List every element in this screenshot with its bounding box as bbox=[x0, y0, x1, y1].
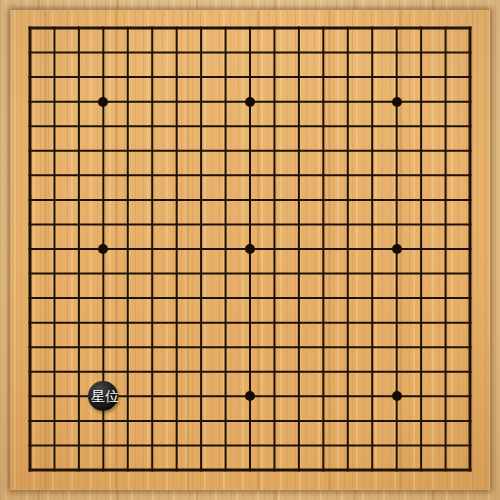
intersection[interactable] bbox=[458, 237, 482, 262]
intersection[interactable] bbox=[287, 163, 311, 188]
intersection[interactable] bbox=[311, 409, 335, 434]
intersection[interactable] bbox=[213, 212, 237, 237]
intersection[interactable] bbox=[140, 433, 164, 458]
intersection[interactable] bbox=[213, 138, 237, 163]
intersection[interactable] bbox=[262, 89, 286, 114]
intersection[interactable] bbox=[164, 359, 188, 384]
intersection[interactable] bbox=[262, 359, 286, 384]
intersection[interactable] bbox=[42, 261, 66, 286]
intersection[interactable] bbox=[67, 261, 91, 286]
intersection[interactable] bbox=[213, 188, 237, 213]
intersection[interactable] bbox=[164, 65, 188, 90]
intersection[interactable] bbox=[116, 237, 140, 262]
intersection[interactable] bbox=[67, 359, 91, 384]
intersection[interactable] bbox=[67, 286, 91, 311]
intersection[interactable] bbox=[213, 65, 237, 90]
intersection[interactable] bbox=[458, 261, 482, 286]
intersection[interactable] bbox=[360, 384, 384, 409]
intersection[interactable] bbox=[238, 188, 262, 213]
intersection[interactable] bbox=[140, 384, 164, 409]
intersection[interactable] bbox=[164, 409, 188, 434]
intersection[interactable] bbox=[384, 40, 408, 65]
intersection[interactable] bbox=[189, 212, 213, 237]
intersection[interactable] bbox=[262, 409, 286, 434]
intersection[interactable] bbox=[311, 237, 335, 262]
intersection[interactable] bbox=[164, 384, 188, 409]
intersection[interactable] bbox=[287, 212, 311, 237]
intersection[interactable] bbox=[238, 335, 262, 360]
intersection[interactable] bbox=[311, 65, 335, 90]
intersection[interactable] bbox=[360, 310, 384, 335]
intersection[interactable] bbox=[140, 114, 164, 139]
intersection[interactable] bbox=[116, 261, 140, 286]
intersection[interactable] bbox=[18, 261, 42, 286]
intersection[interactable] bbox=[42, 433, 66, 458]
intersection[interactable] bbox=[67, 335, 91, 360]
intersection[interactable] bbox=[311, 163, 335, 188]
intersection[interactable] bbox=[18, 212, 42, 237]
intersection[interactable] bbox=[213, 310, 237, 335]
intersection[interactable] bbox=[238, 40, 262, 65]
intersection[interactable] bbox=[336, 163, 360, 188]
intersection[interactable] bbox=[116, 188, 140, 213]
intersection[interactable] bbox=[360, 433, 384, 458]
intersection[interactable] bbox=[458, 16, 482, 41]
intersection[interactable] bbox=[116, 114, 140, 139]
intersection[interactable] bbox=[262, 458, 286, 483]
intersection[interactable] bbox=[409, 212, 433, 237]
intersection[interactable] bbox=[433, 237, 457, 262]
intersection[interactable] bbox=[409, 359, 433, 384]
intersection[interactable] bbox=[458, 359, 482, 384]
intersection[interactable] bbox=[360, 188, 384, 213]
intersection[interactable] bbox=[409, 335, 433, 360]
intersection[interactable] bbox=[164, 335, 188, 360]
intersection[interactable] bbox=[67, 163, 91, 188]
intersection[interactable] bbox=[287, 188, 311, 213]
intersection[interactable] bbox=[287, 65, 311, 90]
intersection[interactable] bbox=[140, 359, 164, 384]
intersection[interactable] bbox=[433, 138, 457, 163]
intersection[interactable] bbox=[336, 261, 360, 286]
intersection[interactable] bbox=[238, 458, 262, 483]
intersection[interactable] bbox=[336, 188, 360, 213]
intersection[interactable] bbox=[164, 433, 188, 458]
intersection[interactable] bbox=[238, 163, 262, 188]
intersection[interactable] bbox=[42, 163, 66, 188]
intersection[interactable] bbox=[360, 212, 384, 237]
intersection[interactable] bbox=[140, 310, 164, 335]
intersection[interactable] bbox=[213, 40, 237, 65]
intersection[interactable] bbox=[360, 16, 384, 41]
intersection[interactable] bbox=[189, 261, 213, 286]
intersection[interactable] bbox=[384, 212, 408, 237]
intersection[interactable] bbox=[433, 212, 457, 237]
intersection[interactable] bbox=[91, 261, 115, 286]
intersection[interactable] bbox=[18, 310, 42, 335]
intersection[interactable] bbox=[287, 359, 311, 384]
intersection[interactable] bbox=[213, 286, 237, 311]
intersection[interactable] bbox=[262, 261, 286, 286]
intersection[interactable] bbox=[67, 237, 91, 262]
intersection[interactable] bbox=[67, 89, 91, 114]
intersection[interactable] bbox=[91, 40, 115, 65]
intersection[interactable] bbox=[384, 237, 408, 262]
intersection[interactable] bbox=[458, 114, 482, 139]
intersection[interactable] bbox=[116, 359, 140, 384]
intersection[interactable] bbox=[360, 138, 384, 163]
intersection[interactable] bbox=[287, 384, 311, 409]
intersection[interactable] bbox=[336, 237, 360, 262]
intersection[interactable] bbox=[287, 458, 311, 483]
intersection[interactable] bbox=[238, 114, 262, 139]
intersection[interactable] bbox=[311, 384, 335, 409]
intersection[interactable] bbox=[311, 188, 335, 213]
intersection[interactable] bbox=[140, 138, 164, 163]
intersection[interactable] bbox=[409, 40, 433, 65]
intersection[interactable] bbox=[67, 188, 91, 213]
intersection[interactable] bbox=[262, 114, 286, 139]
intersection[interactable] bbox=[360, 40, 384, 65]
intersection[interactable] bbox=[18, 65, 42, 90]
intersection[interactable] bbox=[67, 40, 91, 65]
intersection[interactable] bbox=[336, 16, 360, 41]
intersection[interactable] bbox=[164, 138, 188, 163]
intersection[interactable] bbox=[287, 261, 311, 286]
intersection[interactable] bbox=[91, 335, 115, 360]
intersection[interactable] bbox=[287, 433, 311, 458]
intersection[interactable] bbox=[42, 409, 66, 434]
intersection[interactable] bbox=[164, 286, 188, 311]
intersection[interactable] bbox=[42, 188, 66, 213]
intersection[interactable] bbox=[189, 114, 213, 139]
intersection[interactable] bbox=[213, 433, 237, 458]
intersection[interactable] bbox=[140, 261, 164, 286]
intersection[interactable] bbox=[42, 359, 66, 384]
intersection[interactable] bbox=[67, 65, 91, 90]
intersection[interactable] bbox=[164, 114, 188, 139]
intersection[interactable] bbox=[164, 458, 188, 483]
intersection[interactable] bbox=[164, 40, 188, 65]
intersection[interactable] bbox=[311, 138, 335, 163]
intersection[interactable] bbox=[67, 310, 91, 335]
intersection[interactable] bbox=[384, 409, 408, 434]
intersection[interactable] bbox=[409, 163, 433, 188]
intersection[interactable] bbox=[164, 163, 188, 188]
intersection[interactable] bbox=[287, 237, 311, 262]
intersection[interactable] bbox=[360, 359, 384, 384]
intersection[interactable] bbox=[116, 458, 140, 483]
intersection[interactable] bbox=[384, 188, 408, 213]
intersection[interactable] bbox=[67, 458, 91, 483]
intersection[interactable] bbox=[409, 310, 433, 335]
intersection[interactable] bbox=[336, 384, 360, 409]
intersection[interactable] bbox=[409, 16, 433, 41]
intersection[interactable] bbox=[262, 40, 286, 65]
intersection[interactable] bbox=[384, 335, 408, 360]
intersection[interactable] bbox=[433, 384, 457, 409]
intersection[interactable] bbox=[116, 40, 140, 65]
intersection[interactable] bbox=[336, 40, 360, 65]
intersection[interactable] bbox=[213, 409, 237, 434]
intersection[interactable] bbox=[189, 458, 213, 483]
intersection[interactable] bbox=[67, 138, 91, 163]
intersection[interactable] bbox=[287, 40, 311, 65]
intersection[interactable] bbox=[91, 310, 115, 335]
intersection[interactable] bbox=[42, 138, 66, 163]
intersection[interactable] bbox=[409, 433, 433, 458]
intersection[interactable] bbox=[164, 89, 188, 114]
intersection[interactable] bbox=[384, 163, 408, 188]
intersection[interactable] bbox=[409, 286, 433, 311]
intersection[interactable] bbox=[384, 310, 408, 335]
intersection[interactable] bbox=[262, 286, 286, 311]
intersection[interactable] bbox=[238, 261, 262, 286]
intersection[interactable] bbox=[409, 138, 433, 163]
intersection[interactable] bbox=[18, 188, 42, 213]
intersection[interactable] bbox=[360, 458, 384, 483]
intersection[interactable] bbox=[91, 409, 115, 434]
intersection[interactable] bbox=[189, 335, 213, 360]
intersection[interactable] bbox=[116, 335, 140, 360]
intersection[interactable] bbox=[384, 359, 408, 384]
intersection[interactable] bbox=[67, 16, 91, 41]
intersection[interactable] bbox=[18, 16, 42, 41]
intersection[interactable] bbox=[458, 335, 482, 360]
intersection[interactable] bbox=[116, 409, 140, 434]
intersection[interactable] bbox=[262, 335, 286, 360]
intersection[interactable] bbox=[18, 237, 42, 262]
intersection[interactable] bbox=[238, 384, 262, 409]
intersection[interactable] bbox=[140, 40, 164, 65]
intersection[interactable] bbox=[238, 89, 262, 114]
intersection[interactable] bbox=[116, 89, 140, 114]
intersection[interactable] bbox=[311, 310, 335, 335]
intersection[interactable] bbox=[262, 237, 286, 262]
intersection[interactable] bbox=[42, 310, 66, 335]
intersection[interactable] bbox=[189, 409, 213, 434]
intersection[interactable] bbox=[336, 409, 360, 434]
intersection[interactable] bbox=[287, 16, 311, 41]
intersection[interactable] bbox=[18, 163, 42, 188]
intersection[interactable] bbox=[140, 188, 164, 213]
intersection[interactable] bbox=[18, 114, 42, 139]
intersection[interactable] bbox=[213, 384, 237, 409]
intersection[interactable] bbox=[360, 163, 384, 188]
intersection[interactable] bbox=[433, 114, 457, 139]
intersection[interactable] bbox=[164, 310, 188, 335]
intersection[interactable] bbox=[116, 65, 140, 90]
intersection[interactable] bbox=[140, 335, 164, 360]
intersection[interactable] bbox=[189, 65, 213, 90]
intersection[interactable] bbox=[42, 237, 66, 262]
intersection[interactable] bbox=[189, 188, 213, 213]
intersection[interactable] bbox=[189, 40, 213, 65]
intersection[interactable] bbox=[262, 433, 286, 458]
intersection[interactable] bbox=[384, 286, 408, 311]
intersection[interactable] bbox=[384, 89, 408, 114]
intersection[interactable] bbox=[189, 286, 213, 311]
intersection[interactable] bbox=[287, 335, 311, 360]
intersection[interactable] bbox=[140, 89, 164, 114]
intersection[interactable] bbox=[433, 409, 457, 434]
intersection[interactable] bbox=[164, 16, 188, 41]
intersection[interactable] bbox=[116, 138, 140, 163]
intersection[interactable] bbox=[409, 409, 433, 434]
intersection[interactable] bbox=[238, 310, 262, 335]
intersection[interactable] bbox=[91, 188, 115, 213]
intersection[interactable] bbox=[409, 261, 433, 286]
intersection[interactable] bbox=[164, 261, 188, 286]
intersection[interactable] bbox=[140, 212, 164, 237]
intersection[interactable] bbox=[18, 433, 42, 458]
intersection[interactable] bbox=[360, 114, 384, 139]
intersection[interactable] bbox=[384, 138, 408, 163]
intersection[interactable] bbox=[213, 163, 237, 188]
intersection[interactable] bbox=[91, 458, 115, 483]
intersection[interactable] bbox=[116, 433, 140, 458]
intersection[interactable] bbox=[458, 310, 482, 335]
intersection[interactable] bbox=[458, 212, 482, 237]
intersection[interactable] bbox=[458, 65, 482, 90]
intersection[interactable] bbox=[116, 163, 140, 188]
intersection[interactable] bbox=[91, 16, 115, 41]
intersection[interactable] bbox=[116, 212, 140, 237]
intersection[interactable] bbox=[238, 359, 262, 384]
intersection[interactable] bbox=[238, 138, 262, 163]
intersection[interactable] bbox=[91, 237, 115, 262]
intersection[interactable] bbox=[262, 163, 286, 188]
intersection[interactable] bbox=[67, 409, 91, 434]
intersection[interactable] bbox=[91, 212, 115, 237]
intersection[interactable] bbox=[213, 16, 237, 41]
intersection[interactable] bbox=[91, 65, 115, 90]
intersection[interactable] bbox=[311, 212, 335, 237]
intersection[interactable] bbox=[42, 89, 66, 114]
intersection[interactable] bbox=[262, 65, 286, 90]
intersection[interactable] bbox=[384, 384, 408, 409]
intersection[interactable] bbox=[91, 163, 115, 188]
intersection[interactable] bbox=[287, 286, 311, 311]
intersection[interactable] bbox=[384, 114, 408, 139]
intersection[interactable] bbox=[433, 335, 457, 360]
intersection[interactable] bbox=[18, 359, 42, 384]
intersection[interactable] bbox=[164, 188, 188, 213]
intersection[interactable] bbox=[311, 89, 335, 114]
intersection[interactable] bbox=[433, 163, 457, 188]
intersection[interactable] bbox=[384, 458, 408, 483]
intersection[interactable] bbox=[287, 310, 311, 335]
intersection[interactable] bbox=[384, 433, 408, 458]
intersection[interactable] bbox=[311, 114, 335, 139]
intersection[interactable] bbox=[140, 458, 164, 483]
intersection[interactable] bbox=[458, 384, 482, 409]
intersection[interactable] bbox=[213, 335, 237, 360]
intersection[interactable] bbox=[336, 458, 360, 483]
intersection[interactable] bbox=[140, 16, 164, 41]
intersection[interactable] bbox=[238, 409, 262, 434]
intersection[interactable] bbox=[42, 114, 66, 139]
intersection[interactable] bbox=[18, 458, 42, 483]
intersection[interactable] bbox=[164, 212, 188, 237]
intersection[interactable] bbox=[433, 40, 457, 65]
intersection[interactable] bbox=[213, 458, 237, 483]
intersection[interactable] bbox=[238, 237, 262, 262]
intersection[interactable] bbox=[42, 384, 66, 409]
intersection[interactable] bbox=[336, 433, 360, 458]
intersection[interactable] bbox=[42, 65, 66, 90]
intersection[interactable] bbox=[409, 114, 433, 139]
intersection[interactable] bbox=[409, 458, 433, 483]
intersection[interactable] bbox=[433, 16, 457, 41]
intersection[interactable] bbox=[336, 212, 360, 237]
intersection[interactable] bbox=[189, 384, 213, 409]
intersection[interactable] bbox=[311, 286, 335, 311]
intersection[interactable] bbox=[458, 433, 482, 458]
intersection[interactable] bbox=[262, 188, 286, 213]
intersection[interactable] bbox=[18, 384, 42, 409]
intersection[interactable] bbox=[18, 286, 42, 311]
intersection[interactable] bbox=[458, 89, 482, 114]
intersection[interactable] bbox=[262, 310, 286, 335]
intersection[interactable] bbox=[384, 65, 408, 90]
intersection[interactable] bbox=[458, 40, 482, 65]
intersection[interactable] bbox=[262, 16, 286, 41]
intersection[interactable] bbox=[238, 65, 262, 90]
intersection[interactable] bbox=[336, 286, 360, 311]
intersection[interactable] bbox=[67, 433, 91, 458]
intersection[interactable] bbox=[360, 261, 384, 286]
intersection[interactable] bbox=[213, 237, 237, 262]
intersection[interactable] bbox=[262, 138, 286, 163]
intersection[interactable] bbox=[311, 16, 335, 41]
intersection[interactable] bbox=[213, 359, 237, 384]
intersection[interactable] bbox=[311, 359, 335, 384]
intersection[interactable] bbox=[360, 65, 384, 90]
intersection[interactable] bbox=[433, 261, 457, 286]
intersection[interactable] bbox=[189, 310, 213, 335]
intersection[interactable] bbox=[433, 310, 457, 335]
intersection[interactable] bbox=[409, 188, 433, 213]
intersection[interactable] bbox=[409, 65, 433, 90]
intersection[interactable] bbox=[189, 89, 213, 114]
intersection[interactable] bbox=[140, 163, 164, 188]
intersection[interactable] bbox=[287, 409, 311, 434]
intersection[interactable] bbox=[336, 89, 360, 114]
intersection[interactable] bbox=[360, 237, 384, 262]
intersection[interactable] bbox=[409, 237, 433, 262]
intersection[interactable] bbox=[409, 384, 433, 409]
intersection[interactable] bbox=[189, 359, 213, 384]
intersection[interactable] bbox=[360, 335, 384, 360]
intersection[interactable] bbox=[140, 65, 164, 90]
intersection[interactable] bbox=[311, 335, 335, 360]
intersection[interactable] bbox=[433, 359, 457, 384]
intersection[interactable] bbox=[262, 384, 286, 409]
intersection[interactable] bbox=[336, 138, 360, 163]
intersection[interactable] bbox=[458, 409, 482, 434]
intersection[interactable] bbox=[433, 65, 457, 90]
intersection[interactable] bbox=[287, 114, 311, 139]
intersection[interactable] bbox=[213, 261, 237, 286]
intersection[interactable] bbox=[433, 433, 457, 458]
intersection[interactable] bbox=[433, 458, 457, 483]
intersection[interactable]: 星位 bbox=[91, 384, 115, 409]
intersection[interactable] bbox=[458, 458, 482, 483]
intersection[interactable] bbox=[360, 286, 384, 311]
intersection[interactable] bbox=[360, 89, 384, 114]
intersection[interactable] bbox=[18, 89, 42, 114]
